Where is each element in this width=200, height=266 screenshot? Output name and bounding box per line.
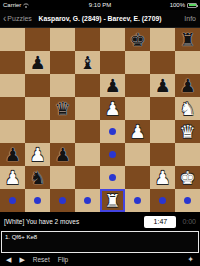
black-pawn[interactable]: ♟: [150, 74, 175, 97]
square-e4[interactable]: [100, 120, 125, 143]
square-f7[interactable]: [125, 51, 150, 74]
square-a2[interactable]: ♟: [0, 166, 25, 189]
square-f1[interactable]: [125, 189, 150, 212]
black-pawn[interactable]: ♟: [175, 74, 200, 97]
legal-move-dot[interactable]: [109, 174, 116, 181]
battery-icon: [187, 3, 197, 8]
square-h4[interactable]: ♛: [175, 120, 200, 143]
square-c8[interactable]: [50, 28, 75, 51]
square-g7[interactable]: [150, 51, 175, 74]
black-rook[interactable]: ♜: [175, 28, 200, 51]
square-f3[interactable]: [125, 143, 150, 166]
square-c1[interactable]: [50, 189, 75, 212]
black-king[interactable]: ♚: [125, 28, 150, 51]
square-c6[interactable]: [50, 74, 75, 97]
white-pawn[interactable]: ♟: [25, 143, 50, 166]
bottom-toolbar: ◀ ▶ Reset Flip ✦: [0, 253, 200, 266]
legal-move-dot[interactable]: [59, 197, 66, 204]
square-a4[interactable]: [0, 120, 25, 143]
square-b6[interactable]: [25, 74, 50, 97]
square-a8[interactable]: [0, 28, 25, 51]
move-list[interactable]: 1. Qf6+ Ke8: [1, 231, 199, 253]
black-pawn[interactable]: ♟: [0, 143, 25, 166]
square-c3[interactable]: ♟: [50, 143, 75, 166]
square-b8[interactable]: [25, 28, 50, 51]
black-queen[interactable]: ♛: [50, 97, 75, 120]
white-clock: 1:47: [144, 216, 176, 228]
white-pawn[interactable]: ♟: [150, 166, 175, 189]
square-b5[interactable]: [25, 97, 50, 120]
square-f6[interactable]: [125, 74, 150, 97]
legal-move-dot[interactable]: [34, 197, 41, 204]
white-pawn[interactable]: ♟: [125, 120, 150, 143]
black-pawn[interactable]: ♟: [25, 51, 50, 74]
back-button-label: Puzzles: [7, 15, 32, 22]
square-a3[interactable]: ♟: [0, 143, 25, 166]
square-h3[interactable]: [175, 143, 200, 166]
square-d7[interactable]: ♝: [75, 51, 100, 74]
square-f4[interactable]: ♟: [125, 120, 150, 143]
square-g4[interactable]: [150, 120, 175, 143]
flip-button[interactable]: Flip: [58, 256, 68, 263]
back-button-puzzles[interactable]: ‹ Puzzles: [3, 15, 32, 22]
white-king[interactable]: ♚: [175, 166, 200, 189]
square-f5[interactable]: [125, 97, 150, 120]
square-c4[interactable]: [50, 120, 75, 143]
square-b7[interactable]: ♟: [25, 51, 50, 74]
legal-move-dot[interactable]: [9, 197, 16, 204]
square-d4[interactable]: [75, 120, 100, 143]
square-g8[interactable]: [150, 28, 175, 51]
hint-star-icon[interactable]: ✦: [187, 255, 194, 264]
square-d8[interactable]: [75, 28, 100, 51]
square-h6[interactable]: ♟: [175, 74, 200, 97]
square-e5[interactable]: ♟: [100, 97, 125, 120]
square-a7[interactable]: [0, 51, 25, 74]
legal-move-dot[interactable]: [109, 151, 116, 158]
square-h7[interactable]: [175, 51, 200, 74]
square-b1[interactable]: [25, 189, 50, 212]
white-queen[interactable]: ♛: [175, 120, 200, 143]
square-c7[interactable]: [50, 51, 75, 74]
square-h1[interactable]: [175, 189, 200, 212]
white-pawn[interactable]: ♟: [0, 166, 25, 189]
square-h5[interactable]: ♞: [175, 97, 200, 120]
prev-move-button[interactable]: ◀: [6, 256, 11, 264]
black-pawn[interactable]: ♟: [100, 74, 125, 97]
white-pawn[interactable]: ♟: [100, 97, 125, 120]
legal-move-dot[interactable]: [134, 197, 141, 204]
square-h8[interactable]: ♜: [175, 28, 200, 51]
square-e6[interactable]: ♟: [100, 74, 125, 97]
square-b2[interactable]: ♞: [25, 166, 50, 189]
turn-message: [White] You have 2 moves: [4, 218, 144, 225]
status-panel: [White] You have 2 moves 1:47 0:00: [0, 212, 200, 231]
move-line: 1. Qf6+ Ke8: [2, 232, 198, 240]
legal-move-dot[interactable]: [184, 197, 191, 204]
square-d1[interactable]: [75, 189, 100, 212]
square-g3[interactable]: [150, 143, 175, 166]
square-e2[interactable]: [100, 166, 125, 189]
next-move-button[interactable]: ▶: [19, 256, 24, 264]
white-rook[interactable]: ♜: [100, 189, 125, 212]
black-pawn[interactable]: ♟: [50, 143, 75, 166]
square-a6[interactable]: [0, 74, 25, 97]
black-knight[interactable]: ♞: [25, 166, 50, 189]
chess-board: ♚♜♟♝♟♟♟♛♟♞♟♛♟♟♟♟♞♟♚♜: [0, 28, 200, 212]
square-e7[interactable]: [100, 51, 125, 74]
square-b4[interactable]: [25, 120, 50, 143]
legal-move-dot[interactable]: [84, 197, 91, 204]
square-h2[interactable]: ♚: [175, 166, 200, 189]
square-f2[interactable]: [125, 166, 150, 189]
square-b3[interactable]: ♟: [25, 143, 50, 166]
square-a1[interactable]: [0, 189, 25, 212]
square-c2[interactable]: [50, 166, 75, 189]
black-bishop[interactable]: ♝: [75, 51, 100, 74]
square-d2[interactable]: [75, 166, 100, 189]
square-g1[interactable]: [150, 189, 175, 212]
reset-button[interactable]: Reset: [33, 256, 50, 263]
square-d3[interactable]: [75, 143, 100, 166]
square-d6[interactable]: [75, 74, 100, 97]
square-d5[interactable]: [75, 97, 100, 120]
chevron-left-icon: ‹: [3, 15, 6, 22]
square-e1[interactable]: ♜: [100, 189, 125, 212]
legal-move-dot[interactable]: [109, 128, 116, 135]
square-g2[interactable]: ♟: [150, 166, 175, 189]
black-clock: 0:00: [182, 218, 196, 225]
square-g6[interactable]: ♟: [150, 74, 175, 97]
legal-move-dot[interactable]: [159, 197, 166, 204]
white-knight[interactable]: ♞: [175, 97, 200, 120]
square-e3[interactable]: [100, 143, 125, 166]
square-f8[interactable]: ♚: [125, 28, 150, 51]
square-c5[interactable]: ♛: [50, 97, 75, 120]
nav-bar: ‹ Puzzles Kasparov, G. (2849) - Bareev, …: [0, 10, 200, 28]
square-g5[interactable]: [150, 97, 175, 120]
square-a5[interactable]: [0, 97, 25, 120]
info-button[interactable]: Info: [184, 15, 196, 22]
status-bar: Carrier 9:10 PM 100%: [0, 0, 200, 10]
battery-percent: 100%: [170, 2, 185, 8]
square-e8[interactable]: [100, 28, 125, 51]
